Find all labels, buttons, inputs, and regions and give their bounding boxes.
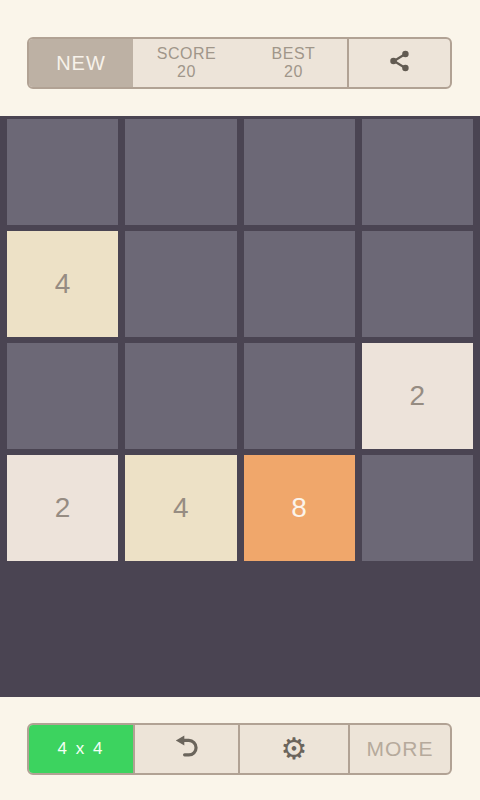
empty-cell (7, 119, 118, 225)
header-bar: NEW SCORE 20 BEST 20 (27, 37, 452, 89)
settings-button[interactable]: ⚙ (238, 725, 348, 773)
empty-cell (125, 119, 236, 225)
best-box: BEST 20 (240, 39, 347, 87)
new-game-button[interactable]: NEW (29, 39, 133, 87)
tile-4: 4 (7, 231, 118, 337)
score-group: SCORE 20 BEST 20 (133, 39, 347, 87)
score-box: SCORE 20 (133, 39, 240, 87)
tile-4: 4 (125, 455, 236, 561)
game-board[interactable]: 42248 (0, 116, 480, 697)
score-value: 20 (177, 63, 196, 81)
tile-8: 8 (244, 455, 355, 561)
gear-icon: ⚙ (281, 734, 308, 764)
empty-cell (362, 231, 473, 337)
empty-cell (125, 343, 236, 449)
share-button[interactable] (347, 39, 450, 87)
undo-button[interactable] (133, 725, 238, 773)
tile-2: 2 (7, 455, 118, 561)
best-value: 20 (284, 63, 303, 81)
footer-bar: 4 x 4 ⚙ MORE (27, 723, 452, 775)
empty-cell (362, 119, 473, 225)
empty-cell (244, 231, 355, 337)
empty-cell (362, 455, 473, 561)
share-icon (387, 48, 413, 78)
board-size-button[interactable]: 4 x 4 (29, 725, 133, 773)
score-label: SCORE (157, 45, 216, 63)
empty-cell (244, 119, 355, 225)
empty-cell (7, 343, 118, 449)
app-root: { "game": { "name": "2048", "board_size"… (0, 0, 480, 800)
empty-cell (244, 343, 355, 449)
more-button[interactable]: MORE (348, 725, 450, 773)
empty-cell (125, 231, 236, 337)
tile-2: 2 (362, 343, 473, 449)
undo-icon (171, 731, 203, 767)
best-label: BEST (272, 45, 316, 63)
